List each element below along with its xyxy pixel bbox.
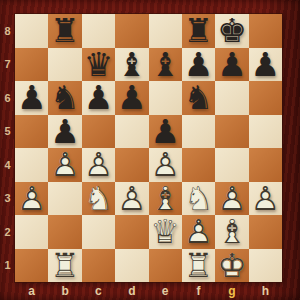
square-e3[interactable]: ♝♗ [149,182,182,216]
square-g2[interactable]: ♝♗ [215,215,248,249]
white-pawn-fill: ♟ [48,148,81,182]
white-queen-fill: ♛ [149,215,182,249]
square-f7[interactable]: ♟ [182,48,215,82]
white-knight-outline: ♘ [82,182,115,216]
file-label-d: d [115,282,148,299]
black-rook-glyph: ♜ [182,14,215,48]
white-rook-outline: ♖ [182,249,215,283]
square-g4[interactable] [215,148,248,182]
white-pawn-fill: ♟ [249,182,282,216]
black-knight-glyph: ♞ [182,81,215,115]
white-pawn-fill: ♟ [182,215,215,249]
black-king-glyph: ♚ [215,14,248,48]
square-d5[interactable] [115,115,148,149]
square-a8[interactable] [15,14,48,48]
square-a1[interactable] [15,249,48,283]
black-queen-glyph: ♛ [82,48,115,82]
square-d4[interactable] [115,148,148,182]
file-label-a: a [15,282,48,299]
black-rook-glyph: ♜ [48,14,81,48]
white-king-outline: ♔ [215,249,248,283]
white-pawn-fill: ♟ [215,182,248,216]
square-c4[interactable]: ♟♙ [82,148,115,182]
white-pawn-outline: ♙ [48,148,81,182]
square-e1[interactable] [149,249,182,283]
square-g5[interactable] [215,115,248,149]
white-knight[interactable]: ♞♘ [82,182,115,216]
square-c6[interactable]: ♟ [82,81,115,115]
square-c5[interactable] [82,115,115,149]
black-king[interactable]: ♚ [215,14,248,48]
rank-label-8: 8 [0,14,15,48]
white-bishop-outline: ♗ [215,215,248,249]
square-a2[interactable] [15,215,48,249]
black-queen[interactable]: ♛ [82,48,115,82]
square-e6[interactable] [149,81,182,115]
square-h7[interactable]: ♟ [249,48,282,82]
rank-label-6: 6 [0,81,15,115]
black-pawn-glyph: ♟ [48,115,81,149]
black-knight[interactable]: ♞ [182,81,215,115]
white-pawn-outline: ♙ [149,148,182,182]
square-h2[interactable] [249,215,282,249]
square-b2[interactable] [48,215,81,249]
square-h3[interactable]: ♟♙ [249,182,282,216]
white-pawn-fill: ♟ [15,182,48,216]
black-pawn-glyph: ♟ [82,81,115,115]
square-d2[interactable] [115,215,148,249]
white-pawn-outline: ♙ [215,182,248,216]
white-pawn-fill: ♟ [149,148,182,182]
square-h1[interactable] [249,249,282,283]
square-b5[interactable]: ♟ [48,115,81,149]
square-h6[interactable] [249,81,282,115]
black-rook[interactable]: ♜ [48,14,81,48]
white-pawn[interactable]: ♟♙ [182,215,215,249]
black-pawn[interactable]: ♟ [215,48,248,82]
white-pawn[interactable]: ♟♙ [82,148,115,182]
square-h4[interactable] [249,148,282,182]
square-e8[interactable] [149,14,182,48]
square-c3[interactable]: ♞♘ [82,182,115,216]
black-knight[interactable]: ♞ [48,81,81,115]
square-e7[interactable]: ♝ [149,48,182,82]
square-e2[interactable]: ♛♕ [149,215,182,249]
file-label-c: c [82,282,115,299]
white-bishop-outline: ♗ [149,182,182,216]
square-c7[interactable]: ♛ [82,48,115,82]
square-f3[interactable]: ♞♘ [182,182,215,216]
white-pawn[interactable]: ♟♙ [249,182,282,216]
white-pawn[interactable]: ♟♙ [15,182,48,216]
white-pawn-outline: ♙ [82,148,115,182]
square-b1[interactable]: ♜♖ [48,249,81,283]
square-d8[interactable] [115,14,148,48]
black-pawn-glyph: ♟ [182,48,215,82]
file-label-g: g [215,282,248,299]
square-b8[interactable]: ♜ [48,14,81,48]
rank-labels: 87654321 [0,14,15,282]
white-pawn-outline: ♙ [249,182,282,216]
square-a5[interactable] [15,115,48,149]
square-a3[interactable]: ♟♙ [15,182,48,216]
square-a6[interactable]: ♟ [15,81,48,115]
file-label-h: h [249,282,282,299]
white-pawn-fill: ♟ [115,182,148,216]
rank-label-1: 1 [0,249,15,283]
file-labels: abcdefgh [15,282,282,299]
white-knight-fill: ♞ [182,182,215,216]
square-a4[interactable] [15,148,48,182]
square-e4[interactable]: ♟♙ [149,148,182,182]
black-rook[interactable]: ♜ [182,14,215,48]
white-pawn-outline: ♙ [115,182,148,216]
white-bishop-fill: ♝ [149,182,182,216]
black-pawn-glyph: ♟ [115,81,148,115]
square-g3[interactable]: ♟♙ [215,182,248,216]
black-pawn[interactable]: ♟ [182,48,215,82]
square-b7[interactable] [48,48,81,82]
white-rook[interactable]: ♜♖ [182,249,215,283]
black-pawn[interactable]: ♟ [115,81,148,115]
black-bishop-glyph: ♝ [115,48,148,82]
white-bishop[interactable]: ♝♗ [215,215,248,249]
square-f1[interactable]: ♜♖ [182,249,215,283]
square-g7[interactable]: ♟ [215,48,248,82]
black-bishop[interactable]: ♝ [149,48,182,82]
white-pawn[interactable]: ♟♙ [215,182,248,216]
square-a7[interactable] [15,48,48,82]
square-h8[interactable] [249,14,282,48]
square-h5[interactable] [249,115,282,149]
black-pawn[interactable]: ♟ [249,48,282,82]
square-f4[interactable] [182,148,215,182]
square-d7[interactable]: ♝ [115,48,148,82]
white-knight-fill: ♞ [82,182,115,216]
white-pawn[interactable]: ♟♙ [115,182,148,216]
black-knight-glyph: ♞ [48,81,81,115]
white-bishop[interactable]: ♝♗ [149,182,182,216]
file-label-f: f [182,282,215,299]
black-pawn[interactable]: ♟ [82,81,115,115]
square-b4[interactable]: ♟♙ [48,148,81,182]
square-f2[interactable]: ♟♙ [182,215,215,249]
square-g6[interactable] [215,81,248,115]
white-pawn[interactable]: ♟♙ [48,148,81,182]
black-bishop[interactable]: ♝ [115,48,148,82]
square-f8[interactable]: ♜ [182,14,215,48]
white-queen-outline: ♕ [149,215,182,249]
square-d6[interactable]: ♟ [115,81,148,115]
white-knight[interactable]: ♞♘ [182,182,215,216]
black-pawn-glyph: ♟ [215,48,248,82]
black-pawn-glyph: ♟ [249,48,282,82]
square-e5[interactable]: ♟ [149,115,182,149]
white-pawn-fill: ♟ [82,148,115,182]
white-bishop-fill: ♝ [215,215,248,249]
rank-label-2: 2 [0,215,15,249]
white-pawn-outline: ♙ [15,182,48,216]
square-b6[interactable]: ♞ [48,81,81,115]
white-king-fill: ♚ [215,249,248,283]
rank-label-7: 7 [0,48,15,82]
white-knight-outline: ♘ [182,182,215,216]
square-g8[interactable]: ♚ [215,14,248,48]
black-pawn[interactable]: ♟ [149,115,182,149]
square-d1[interactable] [115,249,148,283]
rank-label-3: 3 [0,182,15,216]
black-pawn-glyph: ♟ [15,81,48,115]
square-c2[interactable] [82,215,115,249]
white-pawn[interactable]: ♟♙ [149,148,182,182]
chess-board: ♜♜♚♛♝♝♟♟♟♟♞♟♟♞♟♟♟♙♟♙♟♙♟♙♞♘♟♙♝♗♞♘♟♙♟♙♛♕♟♙… [15,14,282,282]
square-c1[interactable] [82,249,115,283]
white-king[interactable]: ♚♔ [215,249,248,283]
white-pawn-outline: ♙ [182,215,215,249]
white-rook-outline: ♖ [48,249,81,283]
black-bishop-glyph: ♝ [149,48,182,82]
file-label-e: e [149,282,182,299]
square-d3[interactable]: ♟♙ [115,182,148,216]
file-label-b: b [48,282,81,299]
square-c8[interactable] [82,14,115,48]
black-pawn-glyph: ♟ [149,115,182,149]
black-pawn[interactable]: ♟ [48,115,81,149]
white-queen[interactable]: ♛♕ [149,215,182,249]
white-rook-fill: ♜ [48,249,81,283]
square-g1[interactable]: ♚♔ [215,249,248,283]
square-b3[interactable] [48,182,81,216]
black-pawn[interactable]: ♟ [15,81,48,115]
square-f5[interactable] [182,115,215,149]
board-frame: ♜♜♚♛♝♝♟♟♟♟♞♟♟♞♟♟♟♙♟♙♟♙♟♙♞♘♟♙♝♗♞♘♟♙♟♙♛♕♟♙… [0,0,300,300]
rank-label-4: 4 [0,148,15,182]
white-rook[interactable]: ♜♖ [48,249,81,283]
white-rook-fill: ♜ [182,249,215,283]
square-f6[interactable]: ♞ [182,81,215,115]
rank-label-5: 5 [0,115,15,149]
